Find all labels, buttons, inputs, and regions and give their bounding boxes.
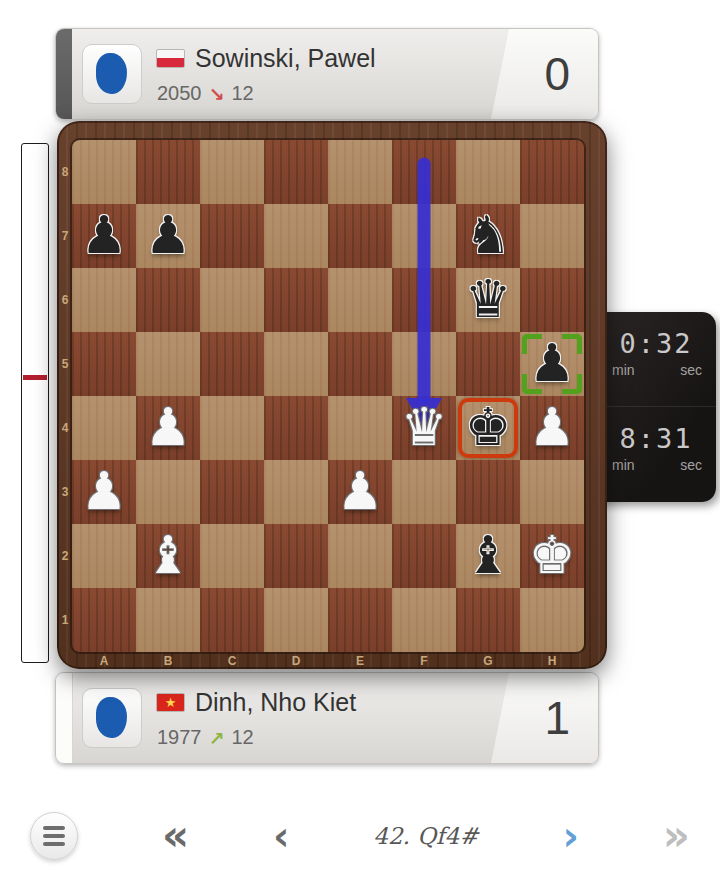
square-b3 — [136, 460, 200, 524]
square-d4 — [264, 396, 328, 460]
square-g3 — [456, 460, 520, 524]
square-c2 — [200, 524, 264, 588]
rank-label-4: 4 — [59, 421, 71, 435]
menu-icon — [43, 834, 65, 838]
score-wedge-top — [488, 29, 598, 119]
file-label-B: B — [136, 654, 200, 668]
square-f5 — [392, 332, 456, 396]
square-g6 — [456, 268, 520, 332]
square-d7 — [264, 204, 328, 268]
square-h5 — [520, 332, 584, 396]
square-d5 — [264, 332, 328, 396]
square-c1 — [200, 588, 264, 652]
player-card-bottom[interactable]: ★ Dinh, Nho Kiet 1977 ↗ 12 1 — [55, 672, 599, 764]
player-rating-top: 2050 — [157, 82, 202, 105]
square-e7 — [328, 204, 392, 268]
square-d3 — [264, 460, 328, 524]
square-h8 — [520, 140, 584, 204]
rating-change-top: 12 — [231, 82, 253, 105]
square-f4 — [392, 396, 456, 460]
square-h4 — [520, 396, 584, 460]
square-b8 — [136, 140, 200, 204]
square-e2 — [328, 524, 392, 588]
file-label-G: G — [456, 654, 520, 668]
square-f6 — [392, 268, 456, 332]
clock-bottom: 8:31 min sec — [596, 406, 716, 501]
square-d8 — [264, 140, 328, 204]
last-move-button[interactable]: » — [663, 813, 690, 859]
rating-trend-up-icon: ↗ — [209, 727, 225, 749]
square-f7 — [392, 204, 456, 268]
square-f8 — [392, 140, 456, 204]
square-a3 — [72, 460, 136, 524]
vietnam-flag-star: ★ — [165, 695, 177, 710]
player-rating-bottom: 1977 — [157, 726, 202, 749]
square-c5 — [200, 332, 264, 396]
square-g2 — [456, 524, 520, 588]
square-g8 — [456, 140, 520, 204]
black-side-indicator — [56, 29, 72, 119]
clock-bottom-time: 8:31 — [596, 407, 716, 454]
square-a1 — [72, 588, 136, 652]
square-b4 — [136, 396, 200, 460]
square-c6 — [200, 268, 264, 332]
square-b2 — [136, 524, 200, 588]
square-a7 — [72, 204, 136, 268]
square-e1 — [328, 588, 392, 652]
player-name-top: Sowinski, Pawel — [195, 44, 376, 73]
square-b6 — [136, 268, 200, 332]
square-h7 — [520, 204, 584, 268]
poland-flag-icon — [156, 49, 185, 68]
clock-top-min-label: min — [612, 362, 635, 378]
menu-button[interactable] — [30, 812, 78, 860]
clock-top: 0:32 min sec — [596, 312, 716, 406]
square-a4 — [72, 396, 136, 460]
square-e8 — [328, 140, 392, 204]
file-label-F: F — [392, 654, 456, 668]
square-e5 — [328, 332, 392, 396]
previous-move-button[interactable]: ‹ — [273, 813, 289, 859]
square-h2 — [520, 524, 584, 588]
square-d6 — [264, 268, 328, 332]
chess-board: ♟♟♞♛♟♚♝♟♛♟♟♟♝♚ 87654321 ABCDEFGH — [57, 121, 607, 669]
avatar-bottom — [82, 688, 142, 748]
square-g1 — [456, 588, 520, 652]
square-h1 — [520, 588, 584, 652]
avatar-silhouette-icon — [96, 53, 127, 94]
square-c8 — [200, 140, 264, 204]
rank-label-6: 6 — [59, 293, 71, 307]
clock-top-time: 0:32 — [596, 312, 716, 359]
rank-label-2: 2 — [59, 549, 71, 563]
square-c7 — [200, 204, 264, 268]
board-grid — [72, 140, 584, 652]
rating-change-bottom: 12 — [231, 726, 253, 749]
score-top: 0 — [544, 47, 570, 101]
file-label-A: A — [72, 654, 136, 668]
square-b7 — [136, 204, 200, 268]
rank-label-7: 7 — [59, 229, 71, 243]
checkmate-red-frame — [458, 398, 518, 458]
square-a6 — [72, 268, 136, 332]
rank-label-8: 8 — [59, 165, 71, 179]
file-label-C: C — [200, 654, 264, 668]
square-e3 — [328, 460, 392, 524]
avatar-top — [82, 44, 142, 104]
menu-icon — [43, 826, 65, 830]
square-a5 — [72, 332, 136, 396]
score-wedge-bottom — [488, 673, 598, 763]
player-card-top[interactable]: Sowinski, Pawel 2050 ↘ 12 0 — [55, 28, 599, 120]
file-label-E: E — [328, 654, 392, 668]
clock-panel: 0:32 min sec 8:31 min sec — [596, 312, 716, 502]
rank-label-5: 5 — [59, 357, 71, 371]
evaluation-marker — [23, 375, 47, 380]
square-d1 — [264, 588, 328, 652]
rank-label-1: 1 — [59, 613, 71, 627]
square-e6 — [328, 268, 392, 332]
square-a2 — [72, 524, 136, 588]
player-name-bottom: Dinh, Nho Kiet — [195, 688, 356, 717]
clock-bottom-sec-label: sec — [680, 457, 702, 473]
last-move-green-bracket — [522, 334, 582, 394]
first-move-button[interactable]: « — [162, 813, 189, 859]
rating-trend-down-icon: ↘ — [209, 83, 225, 105]
clock-bottom-min-label: min — [612, 457, 635, 473]
file-label-H: H — [520, 654, 584, 668]
square-f2 — [392, 524, 456, 588]
score-bottom: 1 — [544, 691, 570, 745]
square-d2 — [264, 524, 328, 588]
next-move-button[interactable]: › — [562, 813, 578, 859]
white-side-indicator — [56, 673, 73, 763]
square-h6 — [520, 268, 584, 332]
square-c3 — [200, 460, 264, 524]
square-f3 — [392, 460, 456, 524]
square-f1 — [392, 588, 456, 652]
evaluation-bar — [21, 143, 49, 663]
vietnam-flag-icon: ★ — [156, 693, 185, 712]
square-g4 — [456, 396, 520, 460]
menu-icon — [43, 842, 65, 846]
avatar-silhouette-icon — [96, 697, 127, 738]
square-h3 — [520, 460, 584, 524]
square-g5 — [456, 332, 520, 396]
rank-label-3: 3 — [59, 485, 71, 499]
square-c4 — [200, 396, 264, 460]
move-navigation-bar: « ‹ 42. Qf4# › » — [30, 806, 690, 866]
square-b5 — [136, 332, 200, 396]
clock-top-sec-label: sec — [680, 362, 702, 378]
square-a8 — [72, 140, 136, 204]
square-b1 — [136, 588, 200, 652]
current-move-label: 42. Qf4# — [373, 823, 478, 849]
square-e4 — [328, 396, 392, 460]
file-label-D: D — [264, 654, 328, 668]
square-g7 — [456, 204, 520, 268]
